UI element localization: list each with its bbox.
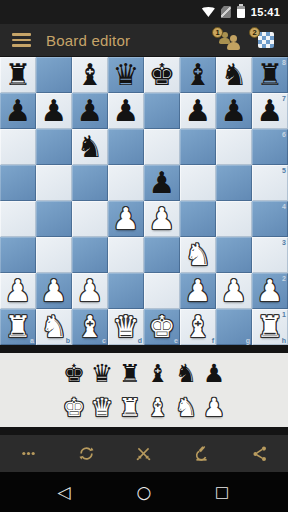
square-b7[interactable]: ♟ [36, 93, 72, 129]
home-icon[interactable]: ○ [134, 472, 154, 512]
square-f1[interactable]: ♝f [180, 309, 216, 345]
square-h1[interactable]: ♜1h [252, 309, 288, 345]
white-pawn[interactable]: ♟ [221, 276, 248, 306]
more-options-button[interactable] [0, 435, 58, 472]
rank-label: 7 [282, 95, 286, 102]
square-c5[interactable] [72, 165, 108, 201]
reset-board-button[interactable] [58, 435, 116, 472]
black-knight[interactable]: ♞ [221, 60, 248, 90]
square-c4[interactable] [72, 201, 108, 237]
app-bar: Board editor 1 2 [0, 24, 288, 56]
rank-label: 3 [282, 239, 286, 246]
square-c1[interactable]: ♝c [72, 309, 108, 345]
tray-white-king[interactable]: ♚ [60, 390, 88, 424]
black-bishop[interactable]: ♝ [77, 60, 104, 90]
piece-glyph: ♚ [63, 361, 85, 386]
page-title: Board editor [46, 32, 217, 49]
games-badge: 2 [249, 27, 260, 38]
file-label: d [138, 337, 142, 344]
menu-icon[interactable] [12, 33, 31, 46]
file-label: c [102, 337, 106, 344]
square-b2[interactable]: ♟ [36, 273, 72, 309]
file-label: e [174, 337, 178, 344]
square-e7[interactable] [144, 93, 180, 129]
analysis-button[interactable] [173, 435, 231, 472]
file-label: h [282, 337, 286, 344]
square-a4[interactable] [0, 201, 36, 237]
square-a1[interactable]: ♜a [0, 309, 36, 345]
rank-label: 5 [282, 167, 286, 174]
square-f3[interactable]: ♞ [180, 237, 216, 273]
share-icon [251, 445, 268, 462]
square-a3[interactable] [0, 237, 36, 273]
piece-glyph: ♟ [203, 395, 225, 420]
piece-glyph: ♞ [175, 361, 197, 386]
games-button[interactable]: 2 [254, 31, 278, 50]
square-f5[interactable] [180, 165, 216, 201]
black-rook[interactable]: ♜ [5, 60, 32, 90]
piece-glyph: ♟ [203, 361, 225, 386]
square-e5[interactable]: ♟ [144, 165, 180, 201]
square-g8[interactable]: ♞ [216, 57, 252, 93]
square-g3[interactable] [216, 237, 252, 273]
black-queen[interactable]: ♛ [113, 60, 140, 90]
more-options-icon [20, 445, 37, 462]
square-c2[interactable]: ♟ [72, 273, 108, 309]
square-a5[interactable] [0, 165, 36, 201]
white-pawn[interactable]: ♟ [77, 276, 104, 306]
file-label: f [212, 337, 214, 344]
white-bishop[interactable]: ♝ [77, 312, 104, 342]
piece-glyph: ♚ [63, 395, 85, 420]
no-sim-icon [221, 6, 231, 18]
white-pawn[interactable]: ♟ [257, 276, 284, 306]
share-button[interactable] [230, 435, 288, 472]
square-f2[interactable]: ♟ [180, 273, 216, 309]
square-f4[interactable] [180, 201, 216, 237]
square-d8[interactable]: ♛ [108, 57, 144, 93]
square-g7[interactable]: ♟ [216, 93, 252, 129]
mini-chessboard-icon [258, 32, 274, 48]
black-king[interactable]: ♚ [149, 60, 176, 90]
black-rook[interactable]: ♜ [257, 60, 284, 90]
square-h6[interactable]: 6 [252, 129, 288, 165]
rank-label: 6 [282, 131, 286, 138]
square-b1[interactable]: ♞b [36, 309, 72, 345]
square-h2[interactable]: ♟2 [252, 273, 288, 309]
square-a7[interactable]: ♟ [0, 93, 36, 129]
board-editor-screen: 15:41 Board editor 1 2 ♜♝♛♚♝♞♜8♟♟♟♟♟♟♟7♞… [0, 0, 288, 512]
recents-icon[interactable]: □ [212, 472, 232, 512]
square-e3[interactable] [144, 237, 180, 273]
black-pawn[interactable]: ♟ [113, 96, 140, 126]
square-e2[interactable] [144, 273, 180, 309]
black-pawn[interactable]: ♟ [257, 96, 284, 126]
square-d1[interactable]: ♛d [108, 309, 144, 345]
play-from-here-button[interactable] [115, 435, 173, 472]
square-e8[interactable]: ♚ [144, 57, 180, 93]
white-pawn[interactable]: ♟ [185, 276, 212, 306]
tray-black-bishop[interactable]: ♝ [144, 356, 172, 390]
battery-icon [237, 6, 245, 18]
square-f6[interactable] [180, 129, 216, 165]
piece-glyph: ♝ [147, 361, 169, 386]
square-b4[interactable] [36, 201, 72, 237]
black-pawn[interactable]: ♟ [5, 96, 32, 126]
rank-label: 8 [282, 59, 286, 66]
square-g5[interactable] [216, 165, 252, 201]
piece-glyph: ♜ [119, 361, 141, 386]
white-bishop[interactable]: ♝ [185, 312, 212, 342]
square-h7[interactable]: ♟7 [252, 93, 288, 129]
black-pawn[interactable]: ♟ [41, 96, 68, 126]
tray-black-queen[interactable]: ♛ [88, 356, 116, 390]
square-b3[interactable] [36, 237, 72, 273]
square-d4[interactable]: ♟ [108, 201, 144, 237]
tray-black-knight[interactable]: ♞ [172, 356, 200, 390]
square-c6[interactable]: ♞ [72, 129, 108, 165]
tray-white-pawn[interactable]: ♟ [200, 390, 228, 424]
players-badge: 1 [212, 27, 223, 38]
square-e1[interactable]: ♚e [144, 309, 180, 345]
square-c8[interactable]: ♝ [72, 57, 108, 93]
tray-black-pawn[interactable]: ♟ [200, 356, 228, 390]
white-pawn[interactable]: ♟ [113, 204, 140, 234]
players-button[interactable]: 1 [217, 31, 241, 50]
square-g1[interactable]: g [216, 309, 252, 345]
square-a6[interactable] [0, 129, 36, 165]
black-bishop[interactable]: ♝ [185, 60, 212, 90]
android-nav-bar: ◁ ○ □ [0, 472, 288, 512]
file-label: a [30, 337, 34, 344]
black-pawn[interactable]: ♟ [185, 96, 212, 126]
file-label: b [66, 337, 70, 344]
piece-glyph: ♛ [91, 361, 113, 386]
back-icon[interactable]: ◁ [54, 472, 74, 512]
square-c7[interactable]: ♟ [72, 93, 108, 129]
square-e4[interactable]: ♟ [144, 201, 180, 237]
square-d5[interactable] [108, 165, 144, 201]
tray-white-queen[interactable]: ♛ [88, 390, 116, 424]
square-a8[interactable]: ♜ [0, 57, 36, 93]
piece-glyph: ♞ [175, 395, 197, 420]
rank-label: 2 [282, 275, 286, 282]
square-a2[interactable]: ♟ [0, 273, 36, 309]
white-rook[interactable]: ♜ [5, 312, 32, 342]
tray-black-king[interactable]: ♚ [60, 356, 88, 390]
square-e6[interactable] [144, 129, 180, 165]
tray-white-bishop[interactable]: ♝ [144, 390, 172, 424]
white-pawn[interactable]: ♟ [5, 276, 32, 306]
tray-white-rook[interactable]: ♜ [116, 390, 144, 424]
white-pawn[interactable]: ♟ [41, 276, 68, 306]
black-pawn[interactable]: ♟ [149, 168, 176, 198]
rank-label: 4 [282, 203, 286, 210]
square-f8[interactable]: ♝ [180, 57, 216, 93]
tray-white-knight[interactable]: ♞ [172, 390, 200, 424]
square-b6[interactable] [36, 129, 72, 165]
crossed-swords-icon [135, 445, 152, 462]
white-knight[interactable]: ♞ [185, 240, 212, 270]
square-g4[interactable] [216, 201, 252, 237]
white-knight[interactable]: ♞ [41, 312, 68, 342]
editor-toolbar [0, 435, 288, 472]
rank-label: 1 [282, 311, 286, 318]
tray-black-row: ♚♛♜♝♞♟ [0, 356, 288, 390]
square-d2[interactable] [108, 273, 144, 309]
piece-glyph: ♝ [147, 395, 169, 420]
square-h8[interactable]: ♜8 [252, 57, 288, 93]
file-label: g [246, 337, 250, 344]
white-rook[interactable]: ♜ [257, 312, 284, 342]
square-d7[interactable]: ♟ [108, 93, 144, 129]
black-pawn[interactable]: ♟ [77, 96, 104, 126]
chess-board: ♜♝♛♚♝♞♜8♟♟♟♟♟♟♟7♞6♟5♟♟4♞3♟♟♟♟♟♟2♜a♞b♝c♛d… [0, 57, 288, 345]
square-d3[interactable] [108, 237, 144, 273]
status-clock: 15:41 [251, 6, 280, 18]
square-f7[interactable]: ♟ [180, 93, 216, 129]
square-h3[interactable]: 3 [252, 237, 288, 273]
piece-glyph: ♛ [91, 395, 113, 420]
white-king[interactable]: ♚ [149, 312, 176, 342]
white-pawn[interactable]: ♟ [149, 204, 176, 234]
square-b8[interactable] [36, 57, 72, 93]
piece-glyph: ♜ [119, 395, 141, 420]
tray-white-row: ♚♛♜♝♞♟ [0, 390, 288, 424]
white-queen[interactable]: ♛ [113, 312, 140, 342]
black-pawn[interactable]: ♟ [221, 96, 248, 126]
square-h4[interactable]: 4 [252, 201, 288, 237]
square-b5[interactable] [36, 165, 72, 201]
tray-black-rook[interactable]: ♜ [116, 356, 144, 390]
wifi-icon [202, 7, 215, 17]
reset-icon [78, 445, 95, 462]
black-knight[interactable]: ♞ [77, 132, 104, 162]
square-c3[interactable] [72, 237, 108, 273]
square-g2[interactable]: ♟ [216, 273, 252, 309]
square-h5[interactable]: 5 [252, 165, 288, 201]
piece-tray: ♚♛♜♝♞♟ ♚♛♜♝♞♟ [0, 353, 288, 427]
square-d6[interactable] [108, 129, 144, 165]
microscope-icon [193, 445, 210, 462]
status-bar: 15:41 [0, 0, 288, 24]
square-g6[interactable] [216, 129, 252, 165]
